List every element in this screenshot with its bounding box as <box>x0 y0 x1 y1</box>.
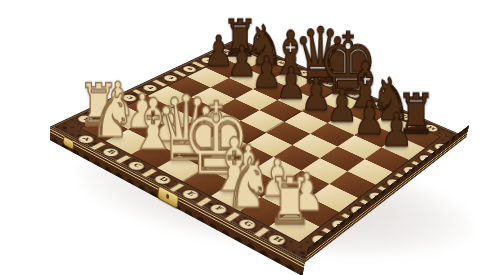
piece-black-pawn: ♟ <box>380 107 411 154</box>
piece-black-pawn: ♟ <box>327 83 357 128</box>
brass-clasp-left <box>63 136 74 151</box>
product-photo: AABBCCDDEEFFGGHH1122334455667788 ♜♞♝♛♚♝♞… <box>0 0 500 275</box>
board-squares: ♜♞♝♛♚♝♞♜♟♟♟♟♟♟♟♟♟♟♟♟♟♟♟♟♜♞♝♛♚♝♞♜ <box>80 50 441 243</box>
board-3d-wrapper: AABBCCDDEEFFGGHH1122334455667788 ♜♞♝♛♚♝♞… <box>97 0 436 275</box>
piece-black-pawn: ♟ <box>353 95 383 141</box>
piece-white-rook: ♜ <box>267 169 302 234</box>
